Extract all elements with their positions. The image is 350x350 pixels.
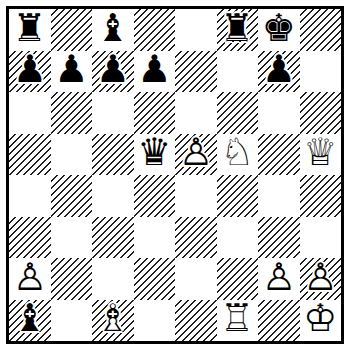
square-d2[interactable] [134,258,176,300]
square-a1[interactable]: ♝♝ [9,300,51,342]
black-bishop-a1[interactable]: ♝♝ [9,300,51,342]
piece-glyph: ♙ [179,134,213,172]
piece-glyph: ♙ [262,258,296,296]
piece-glyph: ♟ [137,51,171,89]
piece-glyph: ♜ [13,9,47,47]
square-h8[interactable] [300,9,342,51]
square-b7[interactable]: ♟♟ [51,51,93,93]
square-a3[interactable] [9,217,51,259]
square-f2[interactable] [217,258,259,300]
piece-glyph: ♜ [220,9,254,47]
black-pawn-g7[interactable]: ♟♟ [258,51,300,93]
square-c2[interactable] [92,258,134,300]
piece-glyph: ♟ [262,51,296,89]
white-pawn-h2[interactable]: ♟♙ [300,258,342,300]
square-a7[interactable]: ♟♟ [9,51,51,93]
square-e3[interactable] [175,217,217,259]
square-e7[interactable] [175,51,217,93]
square-d4[interactable] [134,175,176,217]
piece-glyph: ♕ [303,134,337,172]
square-a6[interactable] [9,92,51,134]
white-king-h1[interactable]: ♚♔ [300,300,342,342]
square-b2[interactable] [51,258,93,300]
square-b8[interactable] [51,9,93,51]
piece-glyph: ♝ [96,9,130,47]
piece-glyph: ♖ [220,300,254,338]
white-bishop-c1[interactable]: ♝♗ [92,300,134,342]
square-h3[interactable] [300,217,342,259]
square-h4[interactable] [300,175,342,217]
square-a2[interactable]: ♟♙ [9,258,51,300]
piece-glyph: ♛ [137,134,171,172]
square-e2[interactable] [175,258,217,300]
square-f3[interactable] [217,217,259,259]
square-e4[interactable] [175,175,217,217]
square-a5[interactable] [9,134,51,176]
piece-glyph: ♔ [303,300,337,338]
piece-glyph: ♘ [220,134,254,172]
square-c7[interactable]: ♟♟ [92,51,134,93]
chess-diagram: ♜♜♝♝♜♜♚♚♟♟♟♟♟♟♟♟♟♟♛♛♟♙♞♘♛♕♟♙♟♙♟♙♝♝♝♗♜♖♚♔ [0,0,350,350]
piece-glyph: ♚ [262,9,296,47]
square-f5[interactable]: ♞♘ [217,134,259,176]
white-queen-h5[interactable]: ♛♕ [300,134,342,176]
square-h5[interactable]: ♛♕ [300,134,342,176]
square-e1[interactable] [175,300,217,342]
black-pawn-c7[interactable]: ♟♟ [92,51,134,93]
square-g8[interactable]: ♚♚ [258,9,300,51]
square-f1[interactable]: ♜♖ [217,300,259,342]
square-c6[interactable] [92,92,134,134]
square-e8[interactable] [175,9,217,51]
square-g5[interactable] [258,134,300,176]
square-c5[interactable] [92,134,134,176]
black-queen-d5[interactable]: ♛♛ [134,134,176,176]
square-b4[interactable] [51,175,93,217]
black-rook-f8[interactable]: ♜♜ [217,9,259,51]
square-d6[interactable] [134,92,176,134]
white-pawn-e5[interactable]: ♟♙ [175,134,217,176]
square-d3[interactable] [134,217,176,259]
piece-glyph: ♝ [13,300,47,338]
square-g2[interactable]: ♟♙ [258,258,300,300]
black-pawn-b7[interactable]: ♟♟ [51,51,93,93]
black-pawn-d7[interactable]: ♟♟ [134,51,176,93]
square-b3[interactable] [51,217,93,259]
square-h6[interactable] [300,92,342,134]
square-g4[interactable] [258,175,300,217]
square-h2[interactable]: ♟♙ [300,258,342,300]
black-bishop-c8[interactable]: ♝♝ [92,9,134,51]
black-king-g8[interactable]: ♚♚ [258,9,300,51]
white-knight-f5[interactable]: ♞♘ [217,134,259,176]
square-e5[interactable]: ♟♙ [175,134,217,176]
piece-glyph: ♗ [96,300,130,338]
white-pawn-g2[interactable]: ♟♙ [258,258,300,300]
square-g7[interactable]: ♟♟ [258,51,300,93]
square-h7[interactable] [300,51,342,93]
square-b1[interactable] [51,300,93,342]
square-d7[interactable]: ♟♟ [134,51,176,93]
white-rook-f1[interactable]: ♜♖ [217,300,259,342]
square-c1[interactable]: ♝♗ [92,300,134,342]
piece-glyph: ♙ [13,258,47,296]
piece-glyph: ♟ [54,51,88,89]
square-c3[interactable] [92,217,134,259]
square-d8[interactable] [134,9,176,51]
square-d1[interactable] [134,300,176,342]
black-rook-a8[interactable]: ♜♜ [9,9,51,51]
square-e6[interactable] [175,92,217,134]
black-pawn-a7[interactable]: ♟♟ [9,51,51,93]
square-f6[interactable] [217,92,259,134]
board-frame: ♜♜♝♝♜♜♚♚♟♟♟♟♟♟♟♟♟♟♛♛♟♙♞♘♛♕♟♙♟♙♟♙♝♝♝♗♜♖♚♔ [6,6,344,344]
piece-glyph: ♟ [96,51,130,89]
square-a4[interactable] [9,175,51,217]
chess-board: ♜♜♝♝♜♜♚♚♟♟♟♟♟♟♟♟♟♟♛♛♟♙♞♘♛♕♟♙♟♙♟♙♝♝♝♗♜♖♚♔ [9,9,341,341]
square-a8[interactable]: ♜♜ [9,9,51,51]
piece-glyph: ♙ [303,258,337,296]
square-b5[interactable] [51,134,93,176]
square-g6[interactable] [258,92,300,134]
square-f8[interactable]: ♜♜ [217,9,259,51]
square-h1[interactable]: ♚♔ [300,300,342,342]
square-c8[interactable]: ♝♝ [92,9,134,51]
square-d5[interactable]: ♛♛ [134,134,176,176]
square-c4[interactable] [92,175,134,217]
white-pawn-a2[interactable]: ♟♙ [9,258,51,300]
square-b6[interactable] [51,92,93,134]
square-f7[interactable] [217,51,259,93]
square-g1[interactable] [258,300,300,342]
square-g3[interactable] [258,217,300,259]
piece-glyph: ♟ [13,51,47,89]
square-f4[interactable] [217,175,259,217]
